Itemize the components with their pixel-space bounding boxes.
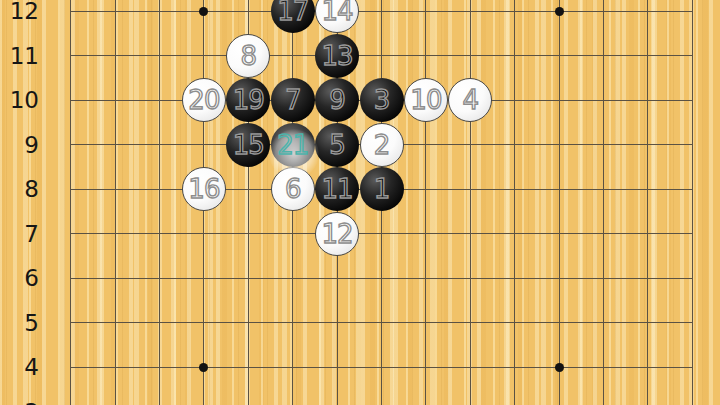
move-number: 6	[285, 174, 301, 204]
stone-white-20: 20	[182, 78, 226, 122]
move-number: 3	[374, 85, 390, 115]
move-number: 5	[329, 130, 345, 160]
grid-line-vertical	[425, 0, 426, 405]
grid-line-horizontal	[71, 55, 694, 56]
stone-black-19: 19	[226, 78, 270, 122]
row-label-11: 11	[0, 42, 39, 70]
stone-black-17: 17	[271, 0, 315, 33]
move-number: 13	[322, 41, 353, 71]
move-number: 2	[374, 130, 390, 160]
star-point	[555, 363, 564, 372]
row-label-4: 4	[0, 353, 39, 381]
row-label-5: 5	[0, 309, 39, 337]
row-label-3: 3	[0, 398, 39, 405]
stone-white-12: 12	[315, 212, 359, 256]
grid-line-vertical	[115, 0, 116, 405]
row-label-7: 7	[0, 220, 39, 248]
grid-line-vertical	[470, 0, 471, 405]
move-number: 19	[233, 85, 264, 115]
stone-black-7: 7	[271, 78, 315, 122]
stone-white-6: 6	[271, 167, 315, 211]
move-number: 10	[410, 85, 441, 115]
grid-line-vertical	[514, 0, 515, 405]
move-number: 4	[463, 85, 479, 115]
grid-line-vertical	[603, 0, 604, 405]
grid-line-vertical	[159, 0, 160, 405]
grid-line-horizontal	[71, 233, 694, 234]
grid-line-vertical	[559, 0, 560, 405]
move-number: 14	[322, 0, 353, 26]
grid-line-horizontal	[71, 367, 694, 368]
row-label-8: 8	[0, 175, 39, 203]
stone-white-16: 16	[182, 167, 226, 211]
move-number: 20	[188, 85, 219, 115]
stone-white-10: 10	[404, 78, 448, 122]
stone-white-8: 8	[226, 34, 270, 78]
stone-black-1: 1	[360, 167, 404, 211]
move-number: 9	[329, 85, 345, 115]
gomoku-board[interactable]: 1211109876543123456789101112131415161719…	[0, 0, 720, 405]
move-number: 1	[374, 174, 390, 204]
row-label-9: 9	[0, 131, 39, 159]
move-number: 12	[322, 219, 353, 249]
move-number: 11	[322, 174, 353, 204]
grid-line-vertical	[692, 0, 693, 405]
row-label-10: 10	[0, 86, 39, 114]
stone-black-15: 15	[226, 123, 270, 167]
move-number: 15	[233, 130, 264, 160]
move-number: 17	[277, 0, 308, 26]
star-point	[199, 7, 208, 16]
move-number: 16	[188, 174, 219, 204]
stone-black-11: 11	[315, 167, 359, 211]
row-label-12: 12	[0, 0, 39, 25]
grid-line-horizontal	[71, 11, 694, 12]
grid-line-vertical	[70, 0, 71, 405]
move-number: 21	[277, 130, 308, 160]
stone-black-3: 3	[360, 78, 404, 122]
grid-line-vertical	[647, 0, 648, 405]
stone-black-9: 9	[315, 78, 359, 122]
move-number: 7	[285, 85, 301, 115]
stone-black-21: 21	[271, 123, 315, 167]
grid-line-horizontal	[71, 278, 694, 279]
stone-black-5: 5	[315, 123, 359, 167]
grid-line-horizontal	[71, 322, 694, 323]
stone-white-14: 14	[315, 0, 359, 33]
stone-black-13: 13	[315, 34, 359, 78]
star-point	[199, 363, 208, 372]
row-label-6: 6	[0, 264, 39, 292]
move-number: 8	[241, 41, 257, 71]
star-point	[555, 7, 564, 16]
stone-white-2: 2	[360, 123, 404, 167]
stone-white-4: 4	[448, 78, 492, 122]
